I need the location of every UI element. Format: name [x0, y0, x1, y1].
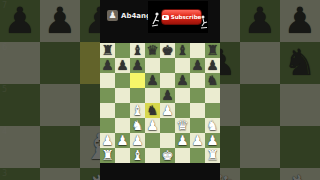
square-e3[interactable] [160, 118, 175, 133]
square-c6[interactable] [130, 73, 145, 88]
white-pawn: ♟ [175, 133, 190, 148]
square-g4[interactable] [190, 103, 205, 118]
white-pawn: ♟ [190, 133, 205, 148]
square-a3[interactable] [100, 118, 115, 133]
square-h2[interactable]: ♟ [205, 133, 220, 148]
square-b6[interactable] [115, 73, 130, 88]
square-c1[interactable]: ♝ [130, 148, 145, 163]
avatar-pawn-icon: ♟ [108, 10, 116, 20]
square-g1[interactable] [190, 148, 205, 163]
square-d2[interactable] [145, 133, 160, 148]
chess-board[interactable]: ♜♝♛♚♝♜♟♟♟♟♟♟♟♞♟♝♞♟♞♟♛♞♟♟♟♟♟♟♜♝♚♜ [100, 43, 220, 163]
square-h8[interactable]: ♜ [205, 43, 220, 58]
black-pawn: ♟ [145, 73, 160, 88]
square-b7[interactable]: ♟ [115, 58, 130, 73]
player-username: Ab4ang [121, 12, 151, 20]
white-pawn: ♟ [205, 133, 220, 148]
white-bishop: ♝ [130, 103, 145, 118]
square-c2[interactable]: ♟ [130, 133, 145, 148]
white-rook: ♜ [205, 148, 220, 163]
square-g3[interactable] [190, 118, 205, 133]
black-knight: ♞ [145, 103, 160, 118]
black-pawn: ♟ [115, 58, 130, 73]
black-pawn: ♟ [160, 88, 175, 103]
black-king: ♚ [160, 43, 175, 58]
square-d4[interactable]: ♞ [145, 103, 160, 118]
white-knight: ♞ [130, 118, 145, 133]
square-f8[interactable]: ♝ [175, 43, 190, 58]
square-b2[interactable]: ♟ [115, 133, 130, 148]
square-c5[interactable] [130, 88, 145, 103]
square-g7[interactable]: ♟ [190, 58, 205, 73]
square-a6[interactable] [100, 73, 115, 88]
square-e4[interactable]: ♟ [160, 103, 175, 118]
square-a8[interactable]: ♜ [100, 43, 115, 58]
square-e2[interactable] [160, 133, 175, 148]
square-g2[interactable]: ♟ [190, 133, 205, 148]
square-f4[interactable] [175, 103, 190, 118]
square-a4[interactable] [100, 103, 115, 118]
square-h3[interactable]: ♞ [205, 118, 220, 133]
white-king: ♚ [160, 148, 175, 163]
video-frame: ♟7♟♟♟♟6♟♟♞5♟4♝♞♟3♞♟♛♞♟2♟♟♟♟♟ ♟ Ab4ang (7… [0, 0, 320, 180]
square-h5[interactable] [205, 88, 220, 103]
white-bishop: ♝ [130, 148, 145, 163]
square-f6[interactable]: ♟ [175, 73, 190, 88]
subscribe-overlay: Subscribe [148, 1, 208, 33]
square-f3[interactable]: ♛ [175, 118, 190, 133]
white-rook: ♜ [100, 148, 115, 163]
square-d6[interactable]: ♟ [145, 73, 160, 88]
square-c3[interactable]: ♞ [130, 118, 145, 133]
black-queen: ♛ [145, 43, 160, 58]
black-pawn: ♟ [175, 73, 190, 88]
square-f1[interactable] [175, 148, 190, 163]
video-strip: ♟ Ab4ang (791) Subscribe [100, 0, 220, 180]
square-e5[interactable]: ♟ [160, 88, 175, 103]
square-a1[interactable]: ♜ [100, 148, 115, 163]
black-knight: ♞ [205, 73, 220, 88]
square-b4[interactable] [115, 103, 130, 118]
square-f5[interactable] [175, 88, 190, 103]
white-pawn: ♟ [145, 118, 160, 133]
square-g6[interactable] [190, 73, 205, 88]
square-e8[interactable]: ♚ [160, 43, 175, 58]
white-pawn: ♟ [115, 133, 130, 148]
square-c7[interactable]: ♟ [130, 58, 145, 73]
square-d7[interactable] [145, 58, 160, 73]
white-knight: ♞ [205, 118, 220, 133]
subscribe-label: Subscribe [171, 14, 202, 20]
black-rook: ♜ [100, 43, 115, 58]
square-d5[interactable] [145, 88, 160, 103]
black-rook: ♜ [205, 43, 220, 58]
black-pawn: ♟ [190, 58, 205, 73]
square-c8[interactable]: ♝ [130, 43, 145, 58]
square-e7[interactable] [160, 58, 175, 73]
white-pawn: ♟ [130, 133, 145, 148]
subscribe-button[interactable]: Subscribe [161, 9, 202, 25]
square-h6[interactable]: ♞ [205, 73, 220, 88]
square-h4[interactable] [205, 103, 220, 118]
square-h1[interactable]: ♜ [205, 148, 220, 163]
square-b8[interactable] [115, 43, 130, 58]
black-pawn: ♟ [205, 58, 220, 73]
square-h7[interactable]: ♟ [205, 58, 220, 73]
skater-left-icon [151, 12, 161, 28]
square-a7[interactable]: ♟ [100, 58, 115, 73]
skater-right-icon [199, 15, 208, 30]
youtube-play-icon [162, 15, 169, 20]
square-f7[interactable] [175, 58, 190, 73]
square-d3[interactable]: ♟ [145, 118, 160, 133]
square-e1[interactable]: ♚ [160, 148, 175, 163]
square-g8[interactable] [190, 43, 205, 58]
square-g5[interactable] [190, 88, 205, 103]
square-b3[interactable] [115, 118, 130, 133]
black-bishop: ♝ [175, 43, 190, 58]
square-e6[interactable] [160, 73, 175, 88]
square-c4[interactable]: ♝ [130, 103, 145, 118]
avatar: ♟ [107, 10, 118, 21]
black-pawn: ♟ [100, 58, 115, 73]
white-pawn: ♟ [160, 103, 175, 118]
square-d8[interactable]: ♛ [145, 43, 160, 58]
white-pawn: ♟ [100, 133, 115, 148]
black-bishop: ♝ [130, 43, 145, 58]
black-pawn: ♟ [130, 58, 145, 73]
square-a5[interactable] [100, 88, 115, 103]
white-queen: ♛ [175, 118, 190, 133]
square-b1[interactable] [115, 148, 130, 163]
square-d1[interactable] [145, 148, 160, 163]
square-a2[interactable]: ♟ [100, 133, 115, 148]
square-b5[interactable] [115, 88, 130, 103]
square-f2[interactable]: ♟ [175, 133, 190, 148]
